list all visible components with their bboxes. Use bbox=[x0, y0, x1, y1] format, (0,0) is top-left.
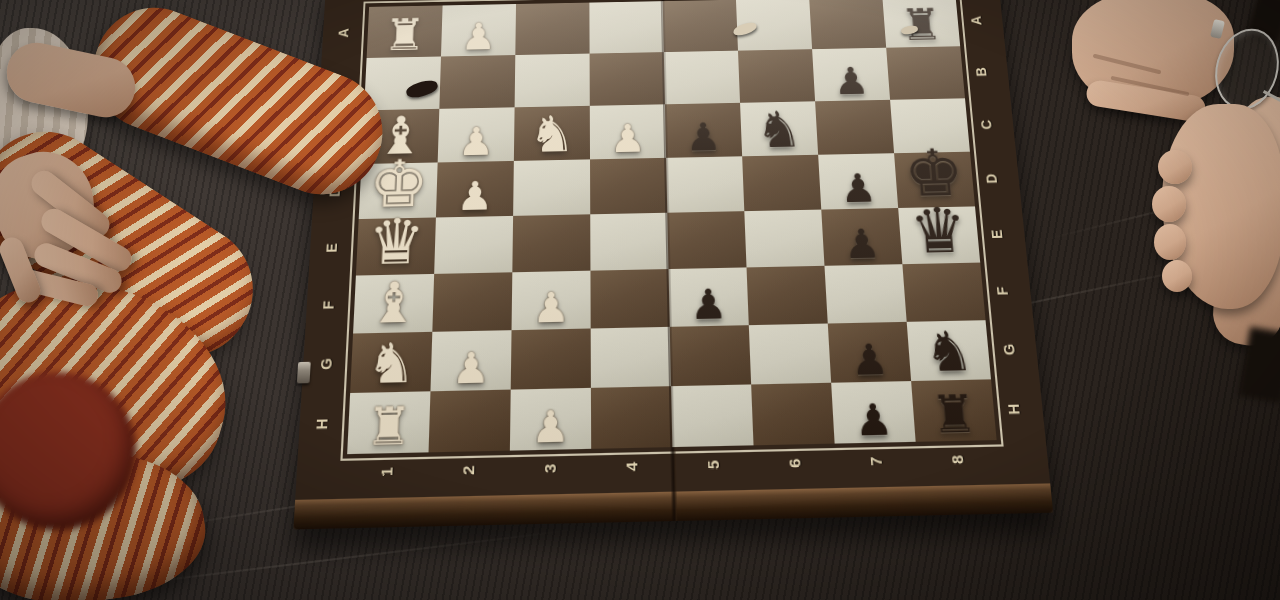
square-e1[interactable]: ♛ bbox=[356, 217, 436, 275]
square-d6[interactable] bbox=[742, 155, 821, 211]
square-a8[interactable]: ♜ bbox=[882, 0, 960, 48]
chess-board[interactable]: ♜♟♜♟♝♟♞♟♟♞♚♟♟♚♛♟♛♝♟♟♞♟♟♞♜♟♟♜ ABCDEFGHABC… bbox=[293, 0, 1053, 529]
square-c5[interactable]: ♟ bbox=[665, 103, 742, 158]
square-g1[interactable]: ♞ bbox=[350, 332, 432, 393]
file-label-right-G: G bbox=[1000, 343, 1018, 355]
square-a5[interactable] bbox=[663, 0, 738, 52]
square-e7[interactable]: ♟ bbox=[821, 208, 902, 266]
square-g5[interactable] bbox=[670, 325, 751, 386]
black-knight-g8[interactable]: ♞ bbox=[922, 324, 975, 380]
square-h3[interactable]: ♟ bbox=[510, 388, 591, 451]
black-pawn-h7[interactable]: ♟ bbox=[853, 398, 894, 442]
rank-label-bottom-8: 8 bbox=[948, 454, 967, 464]
rank-label-bottom-7: 7 bbox=[866, 456, 885, 466]
square-h8[interactable]: ♜ bbox=[911, 379, 997, 441]
rank-label-bottom-1: 1 bbox=[377, 466, 396, 476]
black-pawn-g7[interactable]: ♟ bbox=[850, 338, 890, 381]
white-knight-g1[interactable]: ♞ bbox=[366, 335, 417, 391]
file-label-right-H: H bbox=[1005, 403, 1023, 415]
file-label-right-E: E bbox=[988, 229, 1005, 239]
square-f3[interactable]: ♟ bbox=[512, 271, 591, 331]
white-bishop-f1[interactable]: ♝ bbox=[367, 275, 419, 332]
square-f5[interactable]: ♟ bbox=[669, 267, 749, 326]
square-g3[interactable] bbox=[511, 329, 591, 390]
white-pawn-a2[interactable]: ♟ bbox=[461, 18, 497, 55]
white-rook-a1[interactable]: ♜ bbox=[383, 12, 427, 57]
square-b8[interactable] bbox=[886, 46, 965, 100]
square-h6[interactable] bbox=[751, 383, 834, 446]
black-pawn-f5[interactable]: ♟ bbox=[690, 283, 728, 325]
square-d5[interactable] bbox=[666, 156, 744, 212]
square-a3[interactable] bbox=[515, 3, 589, 55]
square-b7[interactable]: ♟ bbox=[812, 48, 890, 102]
square-a2[interactable]: ♟ bbox=[441, 4, 516, 56]
square-c4[interactable]: ♟ bbox=[590, 104, 666, 159]
square-e8[interactable]: ♛ bbox=[898, 206, 980, 264]
rank-label-bottom-4: 4 bbox=[622, 461, 640, 471]
square-b2[interactable] bbox=[439, 55, 515, 109]
black-pawn-c5[interactable]: ♟ bbox=[685, 117, 722, 156]
square-h1[interactable]: ♜ bbox=[347, 391, 430, 454]
white-rook-h1[interactable]: ♜ bbox=[365, 399, 413, 452]
square-c3[interactable]: ♞ bbox=[514, 106, 590, 161]
square-a4[interactable] bbox=[589, 1, 663, 53]
rank-label-bottom-2: 2 bbox=[459, 465, 477, 475]
file-label-right-C: C bbox=[978, 119, 995, 129]
square-h7[interactable]: ♟ bbox=[831, 381, 916, 444]
square-c7[interactable] bbox=[815, 100, 894, 155]
square-d7[interactable]: ♟ bbox=[818, 153, 898, 209]
square-e5[interactable] bbox=[667, 211, 746, 269]
fist-knuckle bbox=[1152, 186, 1186, 222]
white-pawn-g2[interactable]: ♟ bbox=[452, 346, 491, 389]
square-b4[interactable] bbox=[590, 52, 665, 106]
black-rook-a8[interactable]: ♜ bbox=[899, 2, 944, 46]
square-g6[interactable] bbox=[749, 324, 831, 385]
square-b6[interactable] bbox=[738, 49, 815, 103]
white-pawn-c4[interactable]: ♟ bbox=[610, 119, 646, 158]
square-e4[interactable] bbox=[590, 213, 668, 271]
board-squares: ♜♟♜♟♝♟♞♟♟♞♚♟♟♚♛♟♛♝♟♟♞♟♟♞♜♟♟♜ bbox=[347, 0, 997, 454]
file-label-left-E: E bbox=[323, 243, 340, 253]
white-queen-e1[interactable]: ♛ bbox=[366, 211, 425, 275]
white-pawn-d2[interactable]: ♟ bbox=[456, 176, 493, 216]
black-knight-c6[interactable]: ♞ bbox=[755, 104, 804, 155]
square-d4[interactable] bbox=[590, 158, 667, 214]
rank-label-bottom-5: 5 bbox=[704, 459, 723, 469]
fist-knuckle bbox=[1154, 224, 1186, 260]
square-g2[interactable]: ♟ bbox=[430, 330, 511, 391]
photo-chess-scene: { "game": "chess", "scene_type": "overhe… bbox=[0, 0, 1280, 600]
file-label-left-A: A bbox=[336, 28, 352, 38]
square-c2[interactable]: ♟ bbox=[438, 107, 515, 162]
black-rook-h8[interactable]: ♜ bbox=[929, 387, 979, 440]
square-f6[interactable] bbox=[747, 266, 828, 325]
black-queen-e8[interactable]: ♛ bbox=[908, 200, 970, 263]
file-label-left-G: G bbox=[317, 357, 334, 369]
fist-knuckle bbox=[1162, 260, 1192, 292]
black-pawn-d7[interactable]: ♟ bbox=[839, 168, 878, 208]
square-f4[interactable] bbox=[590, 269, 669, 328]
file-label-left-F: F bbox=[320, 300, 337, 310]
square-e3[interactable] bbox=[512, 214, 590, 272]
file-label-right-B: B bbox=[973, 67, 990, 77]
square-d2[interactable]: ♟ bbox=[436, 161, 514, 218]
square-g4[interactable] bbox=[591, 327, 671, 388]
file-label-left-H: H bbox=[314, 418, 332, 430]
square-f1[interactable]: ♝ bbox=[353, 274, 434, 334]
file-label-right-D: D bbox=[983, 173, 1000, 184]
black-pawn-b7[interactable]: ♟ bbox=[833, 62, 871, 100]
square-f7[interactable] bbox=[824, 264, 906, 323]
white-pawn-f3[interactable]: ♟ bbox=[532, 286, 569, 328]
white-pawn-c2[interactable]: ♟ bbox=[458, 122, 495, 161]
square-h2[interactable] bbox=[429, 390, 511, 453]
square-d3[interactable] bbox=[513, 159, 590, 216]
black-pawn-e7[interactable]: ♟ bbox=[842, 223, 881, 264]
square-h5[interactable] bbox=[671, 384, 753, 447]
square-g7[interactable]: ♟ bbox=[828, 322, 911, 383]
white-pawn-h3[interactable]: ♟ bbox=[531, 404, 569, 449]
square-e2[interactable] bbox=[434, 216, 513, 274]
square-h4[interactable] bbox=[591, 386, 672, 449]
square-a1[interactable]: ♜ bbox=[367, 5, 443, 58]
rank-label-bottom-6: 6 bbox=[785, 458, 804, 468]
square-f8[interactable] bbox=[902, 263, 985, 322]
square-e6[interactable] bbox=[744, 210, 824, 268]
square-g8[interactable]: ♞ bbox=[907, 320, 991, 381]
file-label-right-A: A bbox=[968, 15, 984, 25]
file-label-right-F: F bbox=[993, 286, 1010, 296]
hinge bbox=[297, 362, 311, 384]
square-b3[interactable] bbox=[515, 54, 590, 108]
square-c6[interactable]: ♞ bbox=[740, 101, 818, 156]
square-a7[interactable] bbox=[809, 0, 886, 49]
square-f2[interactable] bbox=[432, 272, 512, 332]
square-b5[interactable] bbox=[664, 51, 740, 105]
rank-label-bottom-3: 3 bbox=[541, 463, 559, 473]
fist-knuckle bbox=[1158, 150, 1192, 184]
white-knight-c3[interactable]: ♞ bbox=[529, 109, 576, 160]
